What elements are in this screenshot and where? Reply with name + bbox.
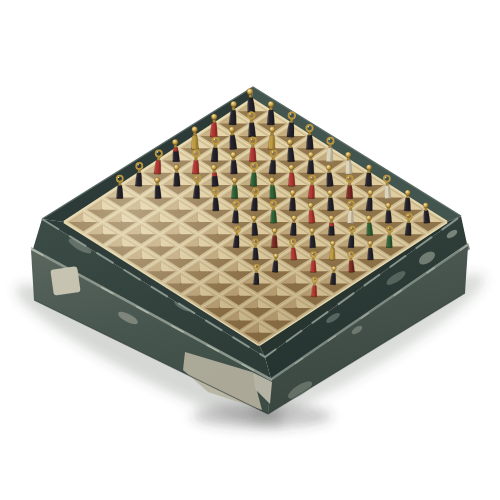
gold-ball-finial [269, 177, 275, 183]
peg-piece[interactable] [288, 165, 296, 187]
peg-collar [214, 144, 217, 147]
peg-piece[interactable] [289, 190, 296, 211]
peg-collar [250, 119, 253, 122]
peg-collar [251, 144, 254, 147]
game-box-photo [0, 0, 500, 500]
gold-ball-finial [272, 228, 277, 233]
peg-collar [195, 157, 198, 160]
peg-collar [388, 233, 391, 236]
peg-collar [118, 182, 121, 185]
peg-collar [349, 207, 352, 210]
worn-label-patch [50, 266, 80, 296]
gold-ball-finial [368, 241, 373, 246]
peg-piece[interactable] [385, 203, 392, 224]
gold-ball-finial [268, 101, 274, 107]
peg-collar [350, 258, 353, 261]
peg-collar [386, 182, 389, 185]
finial-highlight [312, 253, 313, 254]
peg-collar [255, 270, 257, 273]
peg-piece[interactable] [191, 127, 199, 150]
gold-ball-finial [366, 165, 372, 171]
gold-ball-finial [231, 101, 237, 107]
peg-collar [196, 182, 199, 185]
gold-ball-finial [345, 152, 351, 158]
gold-ball-finial [229, 126, 235, 132]
gold-ball-finial [366, 215, 371, 220]
peg-collar [254, 245, 257, 248]
gold-ball-finial [328, 190, 333, 195]
peg-collar [313, 283, 315, 286]
gold-ball-finial [211, 164, 217, 170]
gold-ball-finial [290, 190, 295, 195]
gold-ball-finial [232, 177, 237, 182]
peg-piece[interactable] [367, 241, 374, 261]
gold-ball-finial [368, 190, 374, 196]
gold-ball-finial [405, 190, 410, 195]
peg-piece[interactable] [173, 165, 181, 187]
peg-collar [308, 132, 311, 135]
peg-collar [407, 220, 410, 223]
peg-piece[interactable] [210, 114, 218, 138]
peg-collar [253, 170, 256, 173]
gold-ball-finial [289, 165, 294, 170]
gold-ball-finial [172, 139, 178, 145]
peg-collar [214, 195, 217, 198]
peg-collar [235, 207, 238, 210]
peg-piece[interactable] [267, 101, 275, 125]
gold-ball-finial [308, 152, 314, 158]
gold-ball-finial [273, 253, 278, 258]
gold-ball-finial [211, 114, 217, 120]
finial-highlight [251, 139, 252, 140]
peg-piece[interactable] [404, 190, 411, 211]
peg-piece[interactable] [307, 152, 315, 175]
peg-piece[interactable] [231, 177, 238, 199]
photo-canvas [0, 0, 500, 500]
gold-ball-finial [330, 241, 335, 246]
gold-ball-finial [231, 152, 237, 158]
gold-ball-finial [174, 165, 179, 170]
gold-ball-finial [308, 203, 313, 208]
gold-ball-finial [310, 228, 315, 233]
peg-collar [329, 144, 332, 147]
peg-piece[interactable] [328, 215, 335, 235]
gold-ball-finial [329, 215, 334, 220]
gold-ball-finial [423, 203, 428, 208]
peg-collar [348, 182, 351, 185]
peg-collar [272, 207, 275, 210]
gold-ball-finial [154, 177, 160, 183]
gold-ball-finial [287, 139, 293, 145]
gold-ball-finial [192, 127, 198, 133]
finial-highlight [348, 177, 349, 178]
gold-ball-finial [251, 215, 256, 220]
gold-ball-finial [386, 203, 391, 208]
peg-collar [138, 170, 141, 173]
gold-ball-finial [269, 126, 275, 132]
peg-collar [312, 258, 314, 261]
gold-ball-finial [332, 266, 337, 271]
gold-ball-finial [326, 164, 332, 170]
peg-piece[interactable] [271, 228, 278, 248]
peg-collar [311, 182, 314, 185]
gold-ball-finial [291, 215, 296, 220]
gold-ball-finial [247, 88, 253, 94]
finial-highlight [118, 177, 119, 178]
